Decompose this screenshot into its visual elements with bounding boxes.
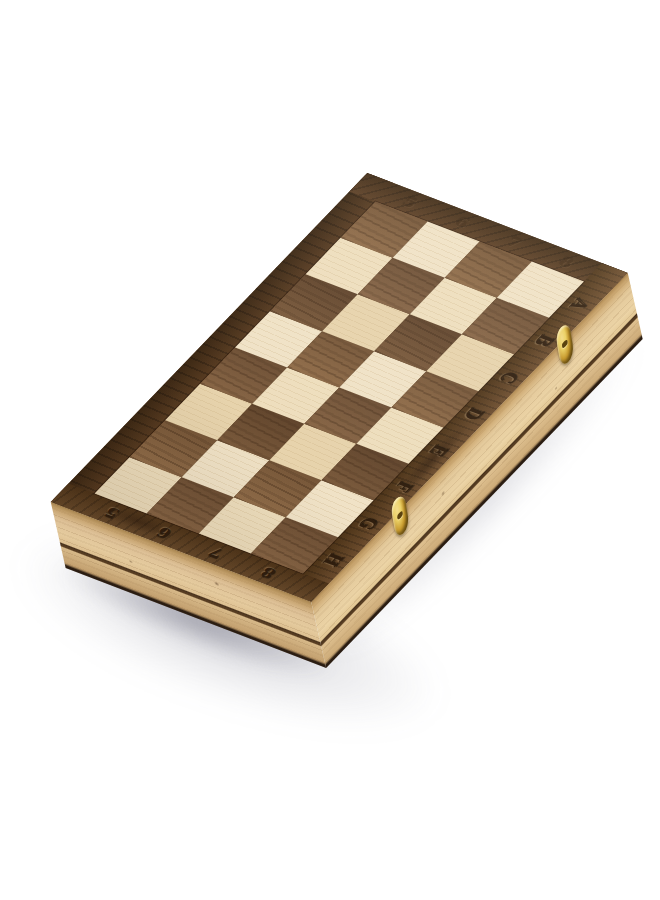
brass-clasp-icon xyxy=(555,321,575,369)
product-photo: 5678 HGFEDCBA 5678 xyxy=(0,0,660,900)
brass-clasp-icon xyxy=(390,492,410,540)
